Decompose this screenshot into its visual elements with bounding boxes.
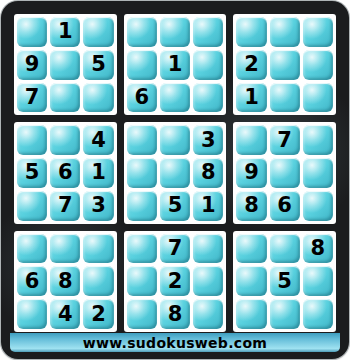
sudoku-cell[interactable] (193, 266, 223, 296)
sudoku-cell: 6 (17, 266, 47, 296)
sudoku-cell: 8 (160, 299, 190, 329)
sudoku-cell[interactable] (236, 234, 266, 264)
sudoku-cell: 4 (50, 299, 80, 329)
website-link[interactable]: www.sudokusweb.com (83, 335, 267, 351)
sudoku-cell[interactable] (270, 83, 300, 113)
sudoku-cell[interactable] (17, 191, 47, 221)
sudoku-cell[interactable] (303, 17, 333, 47)
sudoku-cell[interactable] (270, 158, 300, 188)
sudoku-box: 7986 (233, 122, 336, 223)
sudoku-cell: 1 (236, 83, 266, 113)
sudoku-box: 456173 (14, 122, 117, 223)
sudoku-cell[interactable] (193, 17, 223, 47)
sudoku-cell[interactable] (160, 17, 190, 47)
sudoku-box: 85 (233, 231, 336, 332)
sudoku-box: 21 (233, 14, 336, 115)
sudoku-cell: 9 (236, 158, 266, 188)
sudoku-cell: 2 (236, 50, 266, 80)
sudoku-cell[interactable] (303, 158, 333, 188)
sudoku-cell[interactable] (270, 50, 300, 80)
sudoku-cell[interactable] (127, 50, 157, 80)
sudoku-cell[interactable] (193, 299, 223, 329)
sudoku-box: 728 (124, 231, 227, 332)
sudoku-cell[interactable] (193, 234, 223, 264)
sudoku-cell: 1 (160, 50, 190, 80)
sudoku-cell[interactable] (83, 83, 113, 113)
sudoku-cell[interactable] (270, 299, 300, 329)
sudoku-cell[interactable] (236, 266, 266, 296)
sudoku-cell[interactable] (50, 50, 80, 80)
sudoku-cell: 2 (160, 266, 190, 296)
sudoku-cell: 2 (83, 299, 113, 329)
sudoku-cell[interactable] (303, 83, 333, 113)
sudoku-cell: 8 (193, 158, 223, 188)
sudoku-cell: 8 (303, 234, 333, 264)
sudoku-box: 1957 (14, 14, 117, 115)
sudoku-cell: 5 (160, 191, 190, 221)
sudoku-cell[interactable] (50, 234, 80, 264)
sudoku-cell[interactable] (270, 234, 300, 264)
sudoku-cell: 5 (17, 158, 47, 188)
sudoku-cell[interactable] (193, 50, 223, 80)
sudoku-cell: 6 (50, 158, 80, 188)
sudoku-cell[interactable] (83, 266, 113, 296)
sudoku-cell[interactable] (303, 125, 333, 155)
sudoku-box: 16 (124, 14, 227, 115)
sudoku-cell: 7 (50, 191, 80, 221)
sudoku-cell: 5 (83, 50, 113, 80)
sudoku-cell[interactable] (17, 234, 47, 264)
sudoku-box: 3851 (124, 122, 227, 223)
sudoku-cell[interactable] (127, 266, 157, 296)
sudoku-cell[interactable] (17, 17, 47, 47)
sudoku-cell[interactable] (193, 83, 223, 113)
sudoku-cell[interactable] (236, 299, 266, 329)
sudoku-cell[interactable] (127, 191, 157, 221)
sudoku-cell[interactable] (83, 17, 113, 47)
sudoku-cell: 4 (83, 125, 113, 155)
sudoku-cell[interactable] (50, 125, 80, 155)
sudoku-cell: 1 (50, 17, 80, 47)
sudoku-cell: 6 (127, 83, 157, 113)
sudoku-cell[interactable] (83, 234, 113, 264)
sudoku-cell[interactable] (127, 17, 157, 47)
sudoku-cell: 9 (17, 50, 47, 80)
sudoku-cell: 3 (193, 125, 223, 155)
sudoku-cell[interactable] (127, 125, 157, 155)
sudoku-cell: 6 (270, 191, 300, 221)
sudoku-cell[interactable] (236, 125, 266, 155)
sudoku-cell[interactable] (303, 299, 333, 329)
sudoku-cell: 8 (50, 266, 80, 296)
sudoku-cell[interactable] (17, 299, 47, 329)
sudoku-cell[interactable] (160, 125, 190, 155)
sudoku-cell: 3 (83, 191, 113, 221)
sudoku-cell[interactable] (303, 50, 333, 80)
sudoku-cell: 8 (236, 191, 266, 221)
sudoku-cell: 7 (17, 83, 47, 113)
sudoku-cell: 7 (160, 234, 190, 264)
sudoku-cell[interactable] (50, 83, 80, 113)
sudoku-cell[interactable] (127, 299, 157, 329)
site-footer: www.sudokusweb.com (10, 333, 340, 352)
sudoku-cell[interactable] (160, 83, 190, 113)
sudoku-cell: 1 (193, 191, 223, 221)
sudoku-board: 1957162145617338517986684272885 (14, 14, 336, 332)
sudoku-cell[interactable] (127, 234, 157, 264)
sudoku-cell[interactable] (303, 266, 333, 296)
sudoku-cell[interactable] (17, 125, 47, 155)
sudoku-cell: 1 (83, 158, 113, 188)
sudoku-box: 6842 (14, 231, 117, 332)
sudoku-cell[interactable] (303, 191, 333, 221)
sudoku-cell[interactable] (127, 158, 157, 188)
sudoku-cell[interactable] (270, 17, 300, 47)
sudoku-cell: 7 (270, 125, 300, 155)
sudoku-cell: 5 (270, 266, 300, 296)
sudoku-cell[interactable] (236, 17, 266, 47)
sudoku-cell[interactable] (160, 158, 190, 188)
